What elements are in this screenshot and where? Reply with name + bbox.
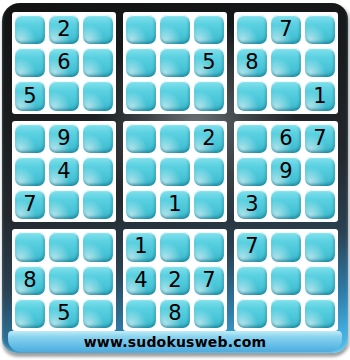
cell-r5c2[interactable]: 4 xyxy=(49,157,79,186)
cell-r4c7[interactable] xyxy=(237,124,267,153)
cell-r6c6[interactable] xyxy=(194,190,224,219)
cell-r5c8[interactable]: 9 xyxy=(271,157,301,186)
cell-r9c5[interactable]: 8 xyxy=(160,299,190,328)
cell-r7c2[interactable] xyxy=(49,232,79,261)
cell-r7c9[interactable] xyxy=(305,232,335,261)
cell-r1c9[interactable] xyxy=(305,15,335,44)
sudoku-grid: 265578194721679385142787 xyxy=(12,12,338,331)
cell-r2c3[interactable] xyxy=(83,48,113,77)
cell-r4c3[interactable] xyxy=(83,124,113,153)
cell-r6c5[interactable]: 1 xyxy=(160,190,190,219)
cell-r3c7[interactable] xyxy=(237,81,267,110)
cell-r6c1[interactable]: 7 xyxy=(15,190,45,219)
website-link[interactable]: www.sudokusweb.com xyxy=(84,334,267,350)
cell-r3c4[interactable] xyxy=(126,81,156,110)
cell-r4c4[interactable] xyxy=(126,124,156,153)
box-2-1: 947 xyxy=(12,121,116,223)
cell-r1c6[interactable] xyxy=(194,15,224,44)
cell-r2c1[interactable] xyxy=(15,48,45,77)
cell-r6c2[interactable] xyxy=(49,190,79,219)
cell-r7c1[interactable] xyxy=(15,232,45,261)
cell-r5c3[interactable] xyxy=(83,157,113,186)
box-2-2: 21 xyxy=(123,121,227,223)
cell-r7c3[interactable] xyxy=(83,232,113,261)
cell-r9c8[interactable] xyxy=(271,299,301,328)
cell-r9c1[interactable] xyxy=(15,299,45,328)
cell-r8c1[interactable]: 8 xyxy=(15,266,45,295)
cell-r8c5[interactable]: 2 xyxy=(160,266,190,295)
cell-r2c8[interactable] xyxy=(271,48,301,77)
cell-r3c1[interactable]: 5 xyxy=(15,81,45,110)
cell-r6c3[interactable] xyxy=(83,190,113,219)
cell-r9c3[interactable] xyxy=(83,299,113,328)
cell-r2c7[interactable]: 8 xyxy=(237,48,267,77)
cell-r7c7[interactable]: 7 xyxy=(237,232,267,261)
cell-r8c9[interactable] xyxy=(305,266,335,295)
cell-r4c6[interactable]: 2 xyxy=(194,124,224,153)
cell-r1c7[interactable] xyxy=(237,15,267,44)
box-3-1: 85 xyxy=(12,229,116,331)
box-3-2: 14278 xyxy=(123,229,227,331)
cell-r9c9[interactable] xyxy=(305,299,335,328)
cell-r2c9[interactable] xyxy=(305,48,335,77)
cell-r7c6[interactable] xyxy=(194,232,224,261)
cell-r2c5[interactable] xyxy=(160,48,190,77)
cell-r5c4[interactable] xyxy=(126,157,156,186)
cell-r6c8[interactable] xyxy=(271,190,301,219)
cell-r3c3[interactable] xyxy=(83,81,113,110)
cell-r2c4[interactable] xyxy=(126,48,156,77)
cell-r6c9[interactable] xyxy=(305,190,335,219)
cell-r5c6[interactable] xyxy=(194,157,224,186)
box-1-3: 781 xyxy=(234,12,338,114)
cell-r2c6[interactable]: 5 xyxy=(194,48,224,77)
footer-band: www.sudokusweb.com xyxy=(8,331,342,352)
cell-r5c1[interactable] xyxy=(15,157,45,186)
cell-r5c7[interactable] xyxy=(237,157,267,186)
box-1-1: 265 xyxy=(12,12,116,114)
cell-r1c4[interactable] xyxy=(126,15,156,44)
cell-r9c6[interactable] xyxy=(194,299,224,328)
cell-r4c2[interactable]: 9 xyxy=(49,124,79,153)
cell-r6c7[interactable]: 3 xyxy=(237,190,267,219)
cell-r8c4[interactable]: 4 xyxy=(126,266,156,295)
cell-r7c8[interactable] xyxy=(271,232,301,261)
cell-r4c5[interactable] xyxy=(160,124,190,153)
cell-r8c8[interactable] xyxy=(271,266,301,295)
cell-r4c8[interactable]: 6 xyxy=(271,124,301,153)
cell-r3c5[interactable] xyxy=(160,81,190,110)
cell-r1c5[interactable] xyxy=(160,15,190,44)
sudoku-board-frame: 265578194721679385142787 www.sudokusweb.… xyxy=(2,3,348,353)
cell-r6c4[interactable] xyxy=(126,190,156,219)
cell-r1c8[interactable]: 7 xyxy=(271,15,301,44)
cell-r8c7[interactable] xyxy=(237,266,267,295)
cell-r9c7[interactable] xyxy=(237,299,267,328)
cell-r8c2[interactable] xyxy=(49,266,79,295)
cell-r5c9[interactable] xyxy=(305,157,335,186)
cell-r7c5[interactable] xyxy=(160,232,190,261)
cell-r2c2[interactable]: 6 xyxy=(49,48,79,77)
cell-r3c2[interactable] xyxy=(49,81,79,110)
cell-r4c1[interactable] xyxy=(15,124,45,153)
cell-r3c6[interactable] xyxy=(194,81,224,110)
box-1-2: 5 xyxy=(123,12,227,114)
box-2-3: 6793 xyxy=(234,121,338,223)
cell-r9c2[interactable]: 5 xyxy=(49,299,79,328)
cell-r1c2[interactable]: 2 xyxy=(49,15,79,44)
cell-r3c8[interactable] xyxy=(271,81,301,110)
cell-r8c6[interactable]: 7 xyxy=(194,266,224,295)
box-3-3: 7 xyxy=(234,229,338,331)
cell-r3c9[interactable]: 1 xyxy=(305,81,335,110)
cell-r1c3[interactable] xyxy=(83,15,113,44)
cell-r4c9[interactable]: 7 xyxy=(305,124,335,153)
cell-r9c4[interactable] xyxy=(126,299,156,328)
cell-r7c4[interactable]: 1 xyxy=(126,232,156,261)
cell-r8c3[interactable] xyxy=(83,266,113,295)
cell-r5c5[interactable] xyxy=(160,157,190,186)
cell-r1c1[interactable] xyxy=(15,15,45,44)
